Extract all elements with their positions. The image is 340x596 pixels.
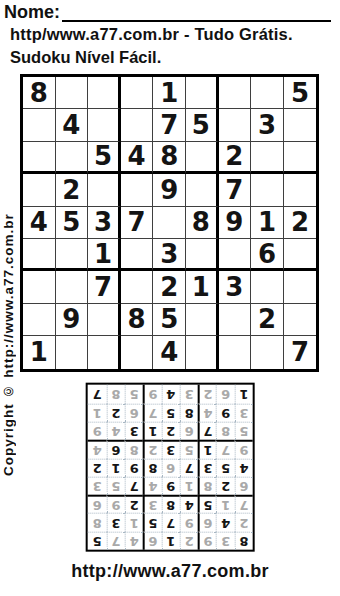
sudoku-sheet: { "game": "sudoku", "header": { "name_la… xyxy=(0,0,340,596)
solution-cell-r5c2: 5 xyxy=(216,458,234,476)
solution-cell-r3c4: 4 xyxy=(179,495,197,513)
cell-r1c7[interactable] xyxy=(219,77,252,109)
cell-r1c4[interactable] xyxy=(121,77,154,109)
cell-r2c3[interactable] xyxy=(88,109,121,141)
solution-cell-r3c5: 8 xyxy=(161,495,179,513)
cell-r7c6: 1 xyxy=(186,271,219,303)
solution-cell-r8c7: 6 xyxy=(125,403,143,421)
solution-cell-r1c6: 6 xyxy=(143,531,161,549)
cell-r3c7: 2 xyxy=(219,142,252,174)
solution-cell-r8c9: 1 xyxy=(88,403,106,421)
cell-r4c3[interactable] xyxy=(88,174,121,206)
cell-r5c6: 8 xyxy=(186,207,219,239)
solution-cell-r7c4: 6 xyxy=(179,422,197,440)
cell-r1c9: 5 xyxy=(284,77,317,109)
cell-r6c6[interactable] xyxy=(186,239,219,271)
solution-cell-r9c8: 8 xyxy=(106,385,124,403)
cell-r5c3: 3 xyxy=(88,207,121,239)
cell-r9c7[interactable] xyxy=(219,336,252,368)
cell-r6c7[interactable] xyxy=(219,239,252,271)
cell-r2c5: 7 xyxy=(153,109,186,141)
cell-r5c5[interactable] xyxy=(153,207,186,239)
cell-r7c8[interactable] xyxy=(251,271,284,303)
sudoku-grid: 815475354822974537891213672139852147 xyxy=(20,74,319,372)
solution-cell-r6c8: 6 xyxy=(106,440,124,458)
solution-cell-r5c8: 1 xyxy=(106,458,124,476)
solution-cell-r9c6: 9 xyxy=(143,385,161,403)
cell-r5c1: 4 xyxy=(23,207,56,239)
solution-cell-r2c2: 4 xyxy=(216,513,234,531)
solution-cell-r9c1: 1 xyxy=(234,385,252,403)
solution-cell-r8c2: 9 xyxy=(216,403,234,421)
cell-r6c1[interactable] xyxy=(23,239,56,271)
solution-cell-r2c5: 7 xyxy=(161,513,179,531)
solution-cell-r4c1: 6 xyxy=(234,476,252,494)
solution-cell-r1c8: 7 xyxy=(106,531,124,549)
solution-cell-r2c8: 3 xyxy=(106,513,124,531)
site-tagline: http/www.a77.com.br - Tudo Grátis. xyxy=(10,25,293,44)
solution-cell-r6c9: 4 xyxy=(88,440,106,458)
solution-cell-r7c7: 3 xyxy=(125,422,143,440)
cell-r6c4[interactable] xyxy=(121,239,154,271)
name-row: Nome: xyxy=(4,2,331,22)
solution-cell-r5c5: 6 xyxy=(161,458,179,476)
solution-cell-r1c3: 9 xyxy=(198,531,216,549)
cell-r1c5: 1 xyxy=(153,77,186,109)
solution-cell-r4c2: 2 xyxy=(216,476,234,494)
cell-r3c5: 8 xyxy=(153,142,186,174)
cell-r3c6[interactable] xyxy=(186,142,219,174)
cell-r5c8: 1 xyxy=(251,207,284,239)
solution-cell-r1c9: 5 xyxy=(88,531,106,549)
solution-cell-r7c9: 9 xyxy=(88,422,106,440)
cell-r4c1[interactable] xyxy=(23,174,56,206)
solution-cell-r3c2: 1 xyxy=(216,495,234,513)
cell-r5c9: 2 xyxy=(284,207,317,239)
solution-cell-r9c4: 3 xyxy=(179,385,197,403)
cell-r8c9[interactable] xyxy=(284,304,317,336)
solution-cell-r3c1: 7 xyxy=(234,495,252,513)
cell-r7c7: 3 xyxy=(219,271,252,303)
cell-r8c7[interactable] xyxy=(219,304,252,336)
cell-r1c3[interactable] xyxy=(88,77,121,109)
solution-cell-r8c5: 5 xyxy=(161,403,179,421)
solution-cell-r7c8: 4 xyxy=(106,422,124,440)
cell-r7c1[interactable] xyxy=(23,271,56,303)
cell-r1c8[interactable] xyxy=(251,77,284,109)
cell-r8c4: 8 xyxy=(121,304,154,336)
cell-r7c4[interactable] xyxy=(121,271,154,303)
cell-r8c1[interactable] xyxy=(23,304,56,336)
cell-r7c2[interactable] xyxy=(56,271,89,303)
cell-r7c3: 7 xyxy=(88,271,121,303)
cell-r5c7: 9 xyxy=(219,207,252,239)
cell-r8c6[interactable] xyxy=(186,304,219,336)
solution-cell-r5c9: 2 xyxy=(88,458,106,476)
solution-cell-r6c1: 9 xyxy=(234,440,252,458)
name-blank-line xyxy=(62,2,331,22)
name-label: Nome: xyxy=(4,2,60,22)
solution-cell-r8c3: 4 xyxy=(198,403,216,421)
cell-r2c7[interactable] xyxy=(219,109,252,141)
solution-cell-r4c4: 1 xyxy=(179,476,197,494)
cell-r2c2: 4 xyxy=(56,109,89,141)
solution-cell-r4c3: 8 xyxy=(198,476,216,494)
cell-r9c6[interactable] xyxy=(186,336,219,368)
solution-cell-r6c7: 8 xyxy=(125,440,143,458)
solution-cell-r1c4: 2 xyxy=(179,531,197,549)
cell-r9c5: 4 xyxy=(153,336,186,368)
cell-r9c3[interactable] xyxy=(88,336,121,368)
solution-cell-r3c9: 6 xyxy=(88,495,106,513)
solution-cell-r6c6: 2 xyxy=(143,440,161,458)
solution-cell-r3c3: 5 xyxy=(198,495,216,513)
cell-r5c2: 5 xyxy=(56,207,89,239)
solution-cell-r7c5: 2 xyxy=(161,422,179,440)
cell-r5c4: 7 xyxy=(121,207,154,239)
cell-r8c3[interactable] xyxy=(88,304,121,336)
solution-cell-r5c6: 8 xyxy=(143,458,161,476)
cell-r2c1[interactable] xyxy=(23,109,56,141)
cell-r9c8[interactable] xyxy=(251,336,284,368)
solution-cell-r9c9: 7 xyxy=(88,385,106,403)
cell-r4c7: 7 xyxy=(219,174,252,206)
solution-cell-r8c1: 3 xyxy=(234,403,252,421)
solution-cell-r4c6: 4 xyxy=(143,476,161,494)
cell-r2c4[interactable] xyxy=(121,109,154,141)
cell-r3c2[interactable] xyxy=(56,142,89,174)
solution-cell-r1c5: 1 xyxy=(161,531,179,549)
cell-r8c8: 2 xyxy=(251,304,284,336)
cell-r4c5: 9 xyxy=(153,174,186,206)
cell-r4c9[interactable] xyxy=(284,174,317,206)
solution-cell-r4c5: 9 xyxy=(161,476,179,494)
cell-r6c8: 6 xyxy=(251,239,284,271)
cell-r1c1: 8 xyxy=(23,77,56,109)
cell-r6c2[interactable] xyxy=(56,239,89,271)
solution-cell-r4c7: 7 xyxy=(125,476,143,494)
solution-cell-r4c8: 5 xyxy=(106,476,124,494)
cell-r4c8[interactable] xyxy=(251,174,284,206)
cell-r9c2[interactable] xyxy=(56,336,89,368)
solution-cell-r2c6: 5 xyxy=(143,513,161,531)
solution-cell-r6c3: 1 xyxy=(198,440,216,458)
solution-cell-r9c3: 2 xyxy=(198,385,216,403)
cell-r6c5: 3 xyxy=(153,239,186,271)
cell-r7c9[interactable] xyxy=(284,271,317,303)
vertical-copyright: Copyright © http://www.a77.com.br xyxy=(1,156,18,476)
cell-r3c3: 5 xyxy=(88,142,121,174)
solution-cell-r7c3: 7 xyxy=(198,422,216,440)
solution-cell-r7c6: 1 xyxy=(143,422,161,440)
cell-r3c8[interactable] xyxy=(251,142,284,174)
solution-cell-r4c9: 3 xyxy=(88,476,106,494)
cell-r7c5: 2 xyxy=(153,271,186,303)
solution-cell-r7c1: 5 xyxy=(234,422,252,440)
cell-r3c4: 4 xyxy=(121,142,154,174)
solution-cell-r2c4: 9 xyxy=(179,513,197,531)
solution-cell-r9c7: 5 xyxy=(125,385,143,403)
solution-cell-r9c2: 6 xyxy=(216,385,234,403)
cell-r9c9: 7 xyxy=(284,336,317,368)
cell-r4c4[interactable] xyxy=(121,174,154,206)
solution-cell-r6c5: 3 xyxy=(161,440,179,458)
cell-r6c3: 1 xyxy=(88,239,121,271)
cell-r9c4[interactable] xyxy=(121,336,154,368)
solution-cell-r6c4: 5 xyxy=(179,440,197,458)
solution-cell-r1c2: 3 xyxy=(216,531,234,549)
solution-cell-r3c8: 9 xyxy=(106,495,124,513)
cell-r4c2: 2 xyxy=(56,174,89,206)
cell-r3c1[interactable] xyxy=(23,142,56,174)
solution-cell-r2c3: 6 xyxy=(198,513,216,531)
solution-cell-r9c5: 4 xyxy=(161,385,179,403)
puzzle-title: Sudoku Nível Fácil. xyxy=(10,48,161,67)
solution-grid: 8392164752469751387154832966281947534537… xyxy=(86,383,255,552)
solution-cell-r1c1: 8 xyxy=(234,531,252,549)
cell-r6c9[interactable] xyxy=(284,239,317,271)
solution-cell-r5c3: 3 xyxy=(198,458,216,476)
cell-r2c6: 5 xyxy=(186,109,219,141)
cell-r2c8: 3 xyxy=(251,109,284,141)
cell-r1c2[interactable] xyxy=(56,77,89,109)
solution-cell-r1c7: 4 xyxy=(125,531,143,549)
solution-cell-r2c1: 2 xyxy=(234,513,252,531)
cell-r8c2: 9 xyxy=(56,304,89,336)
solution-cell-r7c2: 8 xyxy=(216,422,234,440)
footer-url: http://www.a77.com.br xyxy=(0,561,340,582)
cell-r8c5: 5 xyxy=(153,304,186,336)
cell-r3c9[interactable] xyxy=(284,142,317,174)
solution-cell-r8c4: 8 xyxy=(179,403,197,421)
cell-r1c6[interactable] xyxy=(186,77,219,109)
solution-cell-r5c7: 9 xyxy=(125,458,143,476)
solution-cell-r3c7: 2 xyxy=(125,495,143,513)
solution-cell-r2c9: 8 xyxy=(88,513,106,531)
cell-r9c1: 1 xyxy=(23,336,56,368)
solution-cell-r5c1: 4 xyxy=(234,458,252,476)
solution-cell-r8c6: 7 xyxy=(143,403,161,421)
solution-cell-r6c2: 7 xyxy=(216,440,234,458)
solution-cell-r5c4: 7 xyxy=(179,458,197,476)
solution-cell-r2c7: 1 xyxy=(125,513,143,531)
cell-r4c6[interactable] xyxy=(186,174,219,206)
solution-cell-r3c6: 3 xyxy=(143,495,161,513)
solution-cell-r8c8: 2 xyxy=(106,403,124,421)
cell-r2c9[interactable] xyxy=(284,109,317,141)
